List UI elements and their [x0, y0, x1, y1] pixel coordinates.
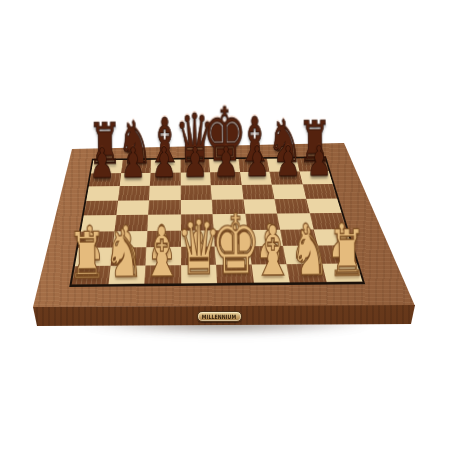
piece-black-pawn-d7[interactable]: ♟	[182, 143, 208, 185]
chess-set-photo: MILLENNIUM ♜♞♝♛♚♝♞♜♟♟♟♟♟♟♟♟♟♟♟♟♟♟♟♟♜♞♝♛♚…	[0, 0, 452, 452]
piece-white-knight-g1[interactable]: ♞	[289, 219, 329, 286]
square-d6[interactable]	[180, 185, 211, 199]
square-h6[interactable]	[302, 184, 337, 198]
piece-white-knight-b1[interactable]: ♞	[104, 221, 144, 288]
piece-black-pawn-h7[interactable]: ♟	[306, 142, 332, 184]
piece-white-bishop-f1[interactable]: ♝	[251, 217, 293, 286]
piece-white-rook-a1[interactable]: ♜	[68, 224, 107, 288]
piece-black-pawn-g7[interactable]: ♟	[275, 142, 301, 184]
piece-black-pawn-b7[interactable]: ♟	[120, 144, 146, 186]
piece-black-pawn-a7[interactable]: ♟	[90, 144, 116, 186]
square-g6[interactable]	[272, 184, 306, 198]
piece-black-pawn-e7[interactable]: ♟	[213, 143, 239, 185]
brand-badge-label: MILLENNIUM	[202, 313, 236, 320]
square-a6[interactable]	[86, 186, 119, 200]
piece-black-pawn-f7[interactable]: ♟	[244, 142, 270, 184]
piece-black-pawn-c7[interactable]: ♟	[151, 143, 177, 185]
square-a5[interactable]	[84, 200, 118, 215]
square-c6[interactable]	[149, 186, 180, 200]
square-h5[interactable]	[306, 198, 342, 213]
brand-badge: MILLENNIUM	[197, 311, 242, 322]
square-b6[interactable]	[118, 186, 150, 200]
piece-white-rook-h1[interactable]: ♜	[327, 221, 366, 285]
